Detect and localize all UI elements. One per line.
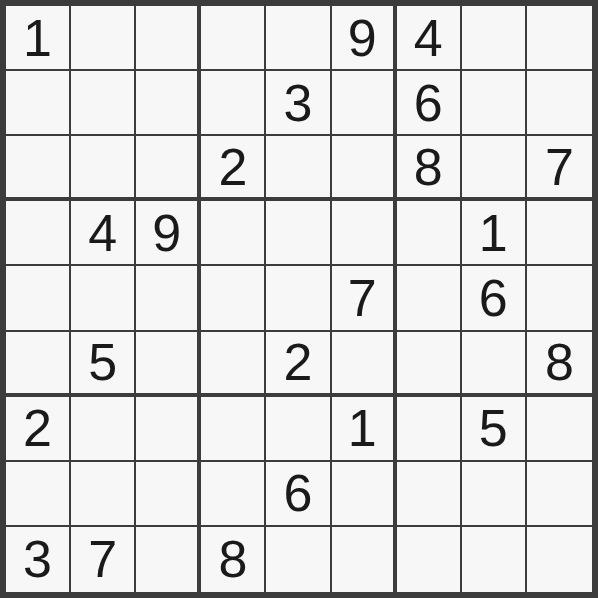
cell-r9c8[interactable] bbox=[462, 527, 527, 592]
cell-r2c7[interactable]: 6 bbox=[397, 71, 462, 136]
cell-r6c8[interactable] bbox=[462, 332, 527, 397]
cell-r5c6[interactable]: 7 bbox=[332, 266, 397, 331]
cell-r3c8[interactable] bbox=[462, 136, 527, 201]
cell-r5c1[interactable] bbox=[6, 266, 71, 331]
cell-r2c8[interactable] bbox=[462, 71, 527, 136]
cell-r5c2[interactable] bbox=[71, 266, 136, 331]
cell-r7c9[interactable] bbox=[527, 397, 592, 462]
cell-r4c4[interactable] bbox=[201, 201, 266, 266]
cell-r8c5[interactable]: 6 bbox=[266, 462, 331, 527]
cell-r2c5[interactable]: 3 bbox=[266, 71, 331, 136]
cell-r6c7[interactable] bbox=[397, 332, 462, 397]
cell-r1c1[interactable]: 1 bbox=[6, 6, 71, 71]
cell-r5c4[interactable] bbox=[201, 266, 266, 331]
cell-r7c2[interactable] bbox=[71, 397, 136, 462]
cell-r9c1[interactable]: 3 bbox=[6, 527, 71, 592]
cell-r4c7[interactable] bbox=[397, 201, 462, 266]
cell-r8c2[interactable] bbox=[71, 462, 136, 527]
cell-r1c5[interactable] bbox=[266, 6, 331, 71]
cell-r9c2[interactable]: 7 bbox=[71, 527, 136, 592]
cell-r5c7[interactable] bbox=[397, 266, 462, 331]
cell-r6c2[interactable]: 5 bbox=[71, 332, 136, 397]
cell-r3c4[interactable]: 2 bbox=[201, 136, 266, 201]
cell-r6c9[interactable]: 8 bbox=[527, 332, 592, 397]
cell-r7c6[interactable]: 1 bbox=[332, 397, 397, 462]
cell-r6c1[interactable] bbox=[6, 332, 71, 397]
cell-r7c4[interactable] bbox=[201, 397, 266, 462]
cell-r5c5[interactable] bbox=[266, 266, 331, 331]
cell-r6c3[interactable] bbox=[136, 332, 201, 397]
cell-r6c5[interactable]: 2 bbox=[266, 332, 331, 397]
cell-r9c9[interactable] bbox=[527, 527, 592, 592]
cell-r7c8[interactable]: 5 bbox=[462, 397, 527, 462]
cell-r1c6[interactable]: 9 bbox=[332, 6, 397, 71]
cell-r7c1[interactable]: 2 bbox=[6, 397, 71, 462]
cell-r2c4[interactable] bbox=[201, 71, 266, 136]
cell-r8c3[interactable] bbox=[136, 462, 201, 527]
cell-r4c8[interactable]: 1 bbox=[462, 201, 527, 266]
cell-r9c5[interactable] bbox=[266, 527, 331, 592]
cell-r5c8[interactable]: 6 bbox=[462, 266, 527, 331]
cell-r3c5[interactable] bbox=[266, 136, 331, 201]
cell-r3c6[interactable] bbox=[332, 136, 397, 201]
cell-r3c1[interactable] bbox=[6, 136, 71, 201]
cell-r9c4[interactable]: 8 bbox=[201, 527, 266, 592]
cell-r4c2[interactable]: 4 bbox=[71, 201, 136, 266]
sudoku-board: 19436287491765282156378 bbox=[0, 0, 598, 598]
cell-r2c6[interactable] bbox=[332, 71, 397, 136]
cell-r4c5[interactable] bbox=[266, 201, 331, 266]
cell-r8c8[interactable] bbox=[462, 462, 527, 527]
cell-r3c2[interactable] bbox=[71, 136, 136, 201]
cell-r8c7[interactable] bbox=[397, 462, 462, 527]
cell-r8c1[interactable] bbox=[6, 462, 71, 527]
cell-r6c6[interactable] bbox=[332, 332, 397, 397]
cell-r9c7[interactable] bbox=[397, 527, 462, 592]
cell-r9c6[interactable] bbox=[332, 527, 397, 592]
cell-r7c3[interactable] bbox=[136, 397, 201, 462]
cell-r8c6[interactable] bbox=[332, 462, 397, 527]
cell-r2c1[interactable] bbox=[6, 71, 71, 136]
cell-r1c4[interactable] bbox=[201, 6, 266, 71]
cell-r8c4[interactable] bbox=[201, 462, 266, 527]
cell-r1c7[interactable]: 4 bbox=[397, 6, 462, 71]
cell-r1c8[interactable] bbox=[462, 6, 527, 71]
cell-r5c3[interactable] bbox=[136, 266, 201, 331]
cell-r3c9[interactable]: 7 bbox=[527, 136, 592, 201]
cell-r4c1[interactable] bbox=[6, 201, 71, 266]
cell-r5c9[interactable] bbox=[527, 266, 592, 331]
cell-r2c3[interactable] bbox=[136, 71, 201, 136]
cell-r2c9[interactable] bbox=[527, 71, 592, 136]
cell-r3c3[interactable] bbox=[136, 136, 201, 201]
cell-r1c3[interactable] bbox=[136, 6, 201, 71]
cell-r1c2[interactable] bbox=[71, 6, 136, 71]
cell-r6c4[interactable] bbox=[201, 332, 266, 397]
cell-r4c6[interactable] bbox=[332, 201, 397, 266]
cell-r7c5[interactable] bbox=[266, 397, 331, 462]
cell-r2c2[interactable] bbox=[71, 71, 136, 136]
cell-r9c3[interactable] bbox=[136, 527, 201, 592]
cell-r3c7[interactable]: 8 bbox=[397, 136, 462, 201]
cell-r8c9[interactable] bbox=[527, 462, 592, 527]
cell-r7c7[interactable] bbox=[397, 397, 462, 462]
cell-r4c3[interactable]: 9 bbox=[136, 201, 201, 266]
cell-r4c9[interactable] bbox=[527, 201, 592, 266]
cell-r1c9[interactable] bbox=[527, 6, 592, 71]
